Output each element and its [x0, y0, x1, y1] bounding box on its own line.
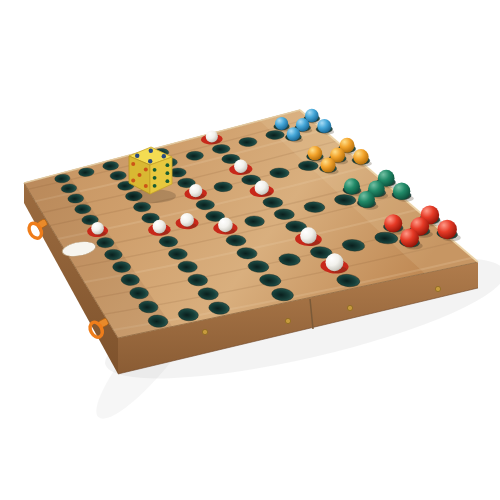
blue-marble[interactable]	[287, 127, 301, 141]
die-pip	[144, 184, 148, 188]
green-marble[interactable]	[393, 182, 410, 199]
red-marble[interactable]	[384, 214, 402, 232]
red-marble[interactable]	[400, 228, 419, 247]
die-pip	[153, 184, 157, 188]
white-barricade-marble[interactable]	[326, 253, 344, 271]
die-pip	[131, 162, 135, 166]
white-barricade-marble[interactable]	[234, 160, 247, 173]
white-barricade-marble[interactable]	[206, 130, 218, 142]
white-barricade-marble[interactable]	[153, 220, 167, 234]
die-pip	[153, 168, 157, 172]
white-barricade-marble[interactable]	[255, 181, 269, 195]
die[interactable]	[128, 147, 176, 203]
hinge-pin	[202, 329, 207, 334]
die-pip	[162, 154, 166, 158]
hinge-pin	[435, 286, 440, 291]
die-pip	[131, 179, 135, 183]
white-barricade-marble[interactable]	[91, 222, 104, 235]
white-barricade-marble[interactable]	[300, 227, 317, 244]
blue-marble[interactable]	[275, 117, 288, 130]
barricade-board-scene	[0, 0, 500, 500]
die-pip	[166, 179, 170, 183]
die-pip	[166, 163, 170, 167]
die-pip	[138, 173, 142, 177]
hinge-pin	[285, 318, 290, 323]
blue-marble[interactable]	[317, 119, 331, 133]
die-pip	[144, 168, 148, 172]
green-marble[interactable]	[344, 178, 360, 194]
white-barricade-marble[interactable]	[180, 213, 194, 227]
white-barricade-marble[interactable]	[189, 184, 202, 197]
hinge-pin	[347, 305, 352, 310]
white-barricade-marble[interactable]	[218, 218, 233, 233]
orange-marble[interactable]	[321, 158, 336, 173]
orange-marble[interactable]	[308, 146, 323, 161]
green-marble[interactable]	[358, 191, 375, 208]
die-pip	[135, 154, 139, 158]
die-pip	[149, 149, 153, 153]
product-photo-stage	[0, 0, 500, 500]
red-marble[interactable]	[437, 220, 456, 239]
die-pip	[153, 176, 157, 180]
die-pip	[148, 159, 152, 163]
orange-marble[interactable]	[353, 149, 369, 165]
die-pip	[166, 171, 170, 175]
